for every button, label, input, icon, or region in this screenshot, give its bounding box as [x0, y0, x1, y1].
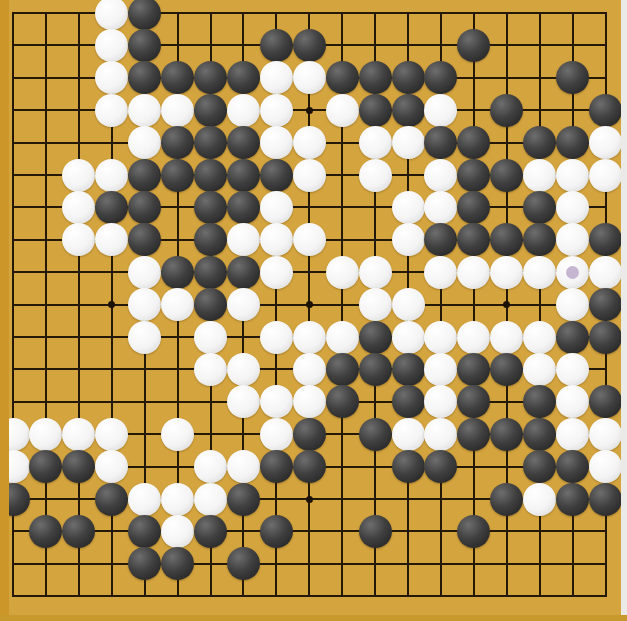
- stone-black: [424, 61, 457, 94]
- stone-white: [95, 223, 128, 256]
- stone-black: [260, 450, 293, 483]
- stone-white: [556, 191, 589, 224]
- stone-black: [128, 515, 161, 548]
- stone-white: [556, 159, 589, 192]
- stone-white: [490, 256, 523, 289]
- stone-white: [424, 385, 457, 418]
- stone-white: [392, 288, 425, 321]
- stone-black: [556, 61, 589, 94]
- stone-white: [523, 256, 556, 289]
- stone-white: [227, 353, 260, 386]
- stone-black: [128, 191, 161, 224]
- stone-white: [0, 450, 30, 483]
- stone-black: [227, 159, 260, 192]
- stone-black: [194, 191, 227, 224]
- stone-white: [293, 223, 326, 256]
- stone-white: [161, 515, 194, 548]
- stone-white: [260, 126, 293, 159]
- stone-black: [457, 29, 490, 62]
- stone-black: [457, 515, 490, 548]
- stone-white: [260, 418, 293, 451]
- stone-white: [62, 418, 95, 451]
- stone-black: [424, 126, 457, 159]
- stone-white: [359, 288, 392, 321]
- stone-white: [62, 191, 95, 224]
- stone-white: [293, 385, 326, 418]
- stone-black: [589, 94, 622, 127]
- stone-white: [490, 321, 523, 354]
- stone-black: [194, 94, 227, 127]
- stone-white: [95, 159, 128, 192]
- stone-black: [128, 547, 161, 580]
- stone-white: [260, 191, 293, 224]
- stone-black: [490, 159, 523, 192]
- stone-white: [589, 256, 622, 289]
- stone-black: [161, 256, 194, 289]
- stone-white: [293, 159, 326, 192]
- stone-black: [227, 191, 260, 224]
- stone-black: [424, 450, 457, 483]
- stone-white: [556, 418, 589, 451]
- stone-black: [457, 191, 490, 224]
- stone-black: [227, 547, 260, 580]
- stone-black: [293, 29, 326, 62]
- stone-white: [523, 353, 556, 386]
- stone-black: [359, 353, 392, 386]
- stone-white: [556, 288, 589, 321]
- stone-white: [227, 288, 260, 321]
- stone-black: [457, 223, 490, 256]
- stone-white: [161, 288, 194, 321]
- stone-black: [589, 385, 622, 418]
- stone-white: [293, 61, 326, 94]
- stone-white: [424, 418, 457, 451]
- go-board[interactable]: [0, 0, 627, 621]
- stone-black: [227, 256, 260, 289]
- stone-black: [62, 515, 95, 548]
- stone-white: [293, 353, 326, 386]
- stone-white: [260, 385, 293, 418]
- stone-white: [194, 353, 227, 386]
- stone-black: [523, 385, 556, 418]
- stone-white: [227, 385, 260, 418]
- stone-white: [326, 94, 359, 127]
- stone-white: [260, 223, 293, 256]
- stone-black: [194, 61, 227, 94]
- stone-white: [194, 321, 227, 354]
- stone-black: [161, 159, 194, 192]
- board-bottom-edge: [0, 615, 627, 621]
- stone-black: [392, 353, 425, 386]
- star-point: [306, 301, 313, 308]
- stone-black: [457, 353, 490, 386]
- stone-black: [227, 61, 260, 94]
- stone-black: [161, 61, 194, 94]
- stone-black: [95, 483, 128, 516]
- stone-black: [424, 223, 457, 256]
- stone-black: [194, 159, 227, 192]
- stone-white: [293, 126, 326, 159]
- stone-black: [128, 159, 161, 192]
- stone-black: [194, 126, 227, 159]
- stone-white: [424, 191, 457, 224]
- stone-white: [392, 418, 425, 451]
- stone-black: [0, 483, 30, 516]
- stone-white: [589, 159, 622, 192]
- stone-white: [359, 256, 392, 289]
- stone-black: [359, 61, 392, 94]
- stone-white: [128, 256, 161, 289]
- stone-black: [359, 515, 392, 548]
- stone-white: [589, 126, 622, 159]
- board-right-edge: [621, 0, 627, 621]
- stone-black: [260, 515, 293, 548]
- stone-white: [523, 159, 556, 192]
- stone-white: [523, 321, 556, 354]
- stone-black: [490, 418, 523, 451]
- stone-black: [392, 61, 425, 94]
- stone-black: [392, 94, 425, 127]
- star-point: [306, 496, 313, 503]
- stone-white: [556, 223, 589, 256]
- stone-black: [556, 126, 589, 159]
- stone-black: [227, 483, 260, 516]
- stone-white: [392, 126, 425, 159]
- stone-white: [260, 61, 293, 94]
- grid-line-horizontal: [12, 595, 607, 597]
- stone-white: [128, 126, 161, 159]
- stone-black: [194, 256, 227, 289]
- stone-black: [490, 94, 523, 127]
- stone-black: [62, 450, 95, 483]
- stone-white: [128, 483, 161, 516]
- stone-black: [29, 450, 62, 483]
- stone-white: [227, 223, 260, 256]
- stone-white: [29, 418, 62, 451]
- stone-white: [457, 321, 490, 354]
- stone-white: [161, 418, 194, 451]
- stone-white: [95, 29, 128, 62]
- stone-black: [161, 126, 194, 159]
- stone-white: [95, 0, 128, 30]
- stone-white: [293, 321, 326, 354]
- stone-black: [326, 385, 359, 418]
- stone-black: [523, 450, 556, 483]
- stone-black: [260, 159, 293, 192]
- stone-white: [128, 94, 161, 127]
- star-point: [306, 107, 313, 114]
- stone-white: [589, 418, 622, 451]
- stone-black: [227, 126, 260, 159]
- stone-black: [556, 321, 589, 354]
- stone-white: [326, 321, 359, 354]
- stone-white: [62, 159, 95, 192]
- stone-black: [359, 94, 392, 127]
- stone-black: [457, 418, 490, 451]
- stone-white: [424, 353, 457, 386]
- star-point: [108, 301, 115, 308]
- stone-white: [556, 256, 589, 289]
- stone-black: [293, 450, 326, 483]
- stone-black: [260, 29, 293, 62]
- stone-black: [589, 483, 622, 516]
- stone-black: [161, 547, 194, 580]
- stone-white: [128, 321, 161, 354]
- stone-black: [589, 321, 622, 354]
- stone-black: [194, 223, 227, 256]
- stone-black: [556, 483, 589, 516]
- stone-black: [128, 223, 161, 256]
- stone-white: [392, 191, 425, 224]
- stone-white: [0, 418, 30, 451]
- stone-black: [359, 418, 392, 451]
- stone-black: [523, 126, 556, 159]
- stone-black: [556, 450, 589, 483]
- stone-black: [359, 321, 392, 354]
- stone-black: [523, 418, 556, 451]
- stone-black: [490, 483, 523, 516]
- stone-white: [95, 94, 128, 127]
- stone-white: [392, 223, 425, 256]
- stone-white: [556, 353, 589, 386]
- stone-black: [589, 288, 622, 321]
- stone-black: [589, 223, 622, 256]
- stone-white: [523, 483, 556, 516]
- stone-white: [556, 385, 589, 418]
- stone-black: [128, 0, 161, 30]
- last-move-marker: [566, 266, 579, 279]
- stone-black: [326, 353, 359, 386]
- stone-white: [95, 61, 128, 94]
- stone-white: [161, 483, 194, 516]
- stone-white: [128, 288, 161, 321]
- stone-white: [326, 256, 359, 289]
- star-point: [503, 301, 510, 308]
- stone-black: [457, 385, 490, 418]
- stone-white: [424, 256, 457, 289]
- board-left-edge: [0, 0, 9, 621]
- stone-white: [260, 94, 293, 127]
- stone-white: [62, 223, 95, 256]
- stone-black: [457, 159, 490, 192]
- stone-white: [392, 321, 425, 354]
- stone-white: [359, 159, 392, 192]
- stone-black: [128, 29, 161, 62]
- stone-black: [523, 223, 556, 256]
- stone-black: [457, 126, 490, 159]
- stone-white: [424, 94, 457, 127]
- stone-white: [227, 94, 260, 127]
- stone-black: [29, 515, 62, 548]
- stone-black: [392, 450, 425, 483]
- stone-white: [95, 418, 128, 451]
- stone-white: [260, 256, 293, 289]
- stone-white: [194, 450, 227, 483]
- stone-white: [589, 450, 622, 483]
- stone-black: [392, 385, 425, 418]
- stone-black: [523, 191, 556, 224]
- grid-line-horizontal: [12, 563, 607, 565]
- stone-black: [490, 223, 523, 256]
- stone-white: [424, 159, 457, 192]
- grid-line-horizontal: [12, 530, 607, 532]
- stone-black: [326, 61, 359, 94]
- stone-white: [359, 126, 392, 159]
- stone-white: [424, 321, 457, 354]
- stone-white: [194, 483, 227, 516]
- stone-white: [457, 256, 490, 289]
- stone-black: [128, 61, 161, 94]
- stone-black: [95, 191, 128, 224]
- stone-white: [260, 321, 293, 354]
- grid-line-vertical: [473, 12, 475, 597]
- stone-black: [490, 353, 523, 386]
- stone-white: [227, 450, 260, 483]
- stone-white: [95, 450, 128, 483]
- stone-white: [161, 94, 194, 127]
- stone-black: [293, 418, 326, 451]
- stone-black: [194, 288, 227, 321]
- stone-black: [194, 515, 227, 548]
